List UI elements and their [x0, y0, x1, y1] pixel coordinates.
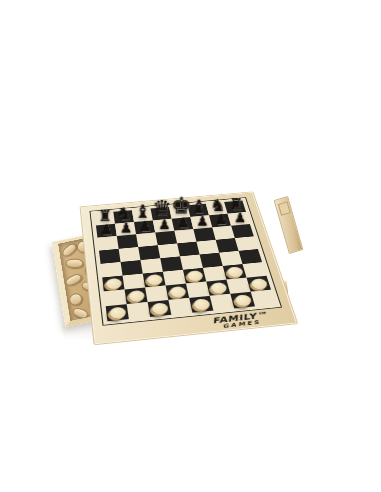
square-a7: ♟ — [96, 224, 117, 238]
black-chess-piece-p: ♟ — [97, 223, 116, 237]
checker-piece — [105, 278, 122, 290]
black-chess-piece-p: ♟ — [174, 216, 193, 229]
black-chess-piece-p: ♟ — [212, 213, 231, 226]
scene: ♜♞♝♛♚♝♞♜♟♟♟♟♟♟♟♟ FAMILY™ GAMES — [0, 0, 381, 492]
square-a4 — [101, 262, 123, 278]
board: ♜♞♝♛♚♝♞♜♟♟♟♟♟♟♟♟ FAMILY™ GAMES — [80, 191, 299, 345]
square-g7: ♟ — [209, 214, 231, 228]
square-c7: ♟ — [134, 220, 155, 234]
black-chess-piece-p: ♟ — [231, 211, 250, 224]
checker-piece — [146, 274, 163, 286]
square-f1 — [210, 294, 235, 311]
square-b6 — [117, 234, 138, 248]
board-inner: ♜♞♝♛♚♝♞♜♟♟♟♟♟♟♟♟ — [89, 197, 282, 326]
square-c1 — [148, 300, 172, 317]
checker-piece — [192, 298, 210, 311]
square-d7: ♟ — [153, 219, 174, 233]
board-frame: ♜♞♝♛♚♝♞♜♟♟♟♟♟♟♟♟ FAMILY™ GAMES — [80, 191, 299, 345]
checker-piece — [127, 290, 144, 302]
board-grid: ♜♞♝♛♚♝♞♜♟♟♟♟♟♟♟♟ — [95, 200, 276, 321]
checker-piece — [233, 294, 252, 307]
square-a3 — [102, 276, 124, 292]
square-h5 — [235, 236, 258, 251]
product-photo: ♜♞♝♛♚♝♞♜♟♟♟♟♟♟♟♟ FAMILY™ GAMES — [0, 0, 381, 492]
square-a5 — [99, 249, 121, 264]
black-chess-piece-k: ♚ — [171, 195, 190, 218]
checker-piece — [209, 282, 227, 294]
black-chess-piece-p: ♟ — [117, 221, 136, 235]
black-chess-piece-p: ♟ — [155, 218, 174, 231]
checker-piece — [226, 266, 244, 278]
square-b5 — [119, 247, 141, 262]
square-c5 — [138, 245, 160, 260]
checker-piece — [151, 302, 169, 315]
square-f4 — [200, 253, 223, 268]
square-g5 — [216, 238, 239, 253]
square-h4 — [239, 249, 263, 264]
square-d3 — [163, 270, 186, 286]
square-b1 — [127, 302, 150, 319]
checker-piece — [186, 270, 204, 282]
square-b2 — [125, 288, 148, 305]
black-chess-piece-p: ♟ — [193, 214, 212, 227]
square-e7: ♟ — [172, 217, 194, 231]
black-chess-piece-p: ♟ — [136, 219, 155, 233]
square-b7: ♟ — [115, 222, 136, 236]
square-e5 — [177, 242, 199, 257]
checker-piece — [169, 286, 187, 298]
square-a1 — [106, 304, 129, 321]
checker-piece — [109, 306, 126, 319]
checker-piece — [250, 278, 268, 290]
square-f7: ♟ — [190, 215, 212, 229]
